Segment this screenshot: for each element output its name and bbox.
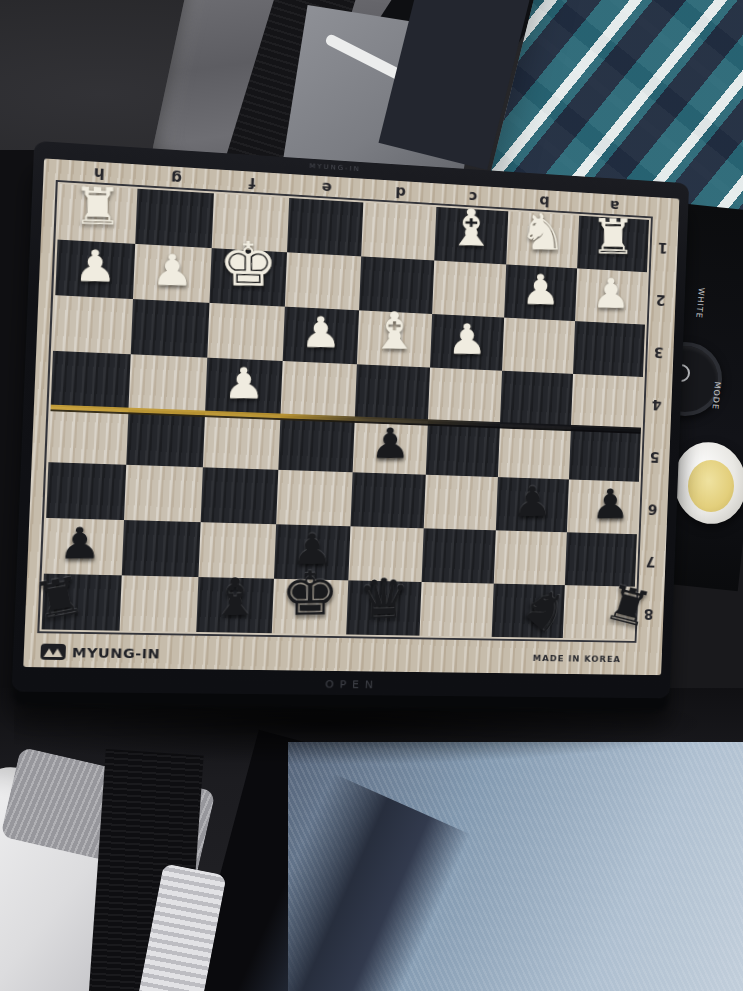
piece-white-bishop-c1[interactable]: ♝ bbox=[447, 202, 495, 254]
square-e5[interactable] bbox=[278, 415, 354, 472]
square-g8[interactable] bbox=[120, 575, 199, 632]
square-b7[interactable] bbox=[494, 530, 567, 585]
piece-white-pawn-e3[interactable]: ♟ bbox=[300, 311, 341, 354]
square-d1[interactable] bbox=[361, 202, 436, 260]
board-cast-shadow bbox=[14, 695, 714, 765]
piece-white-pawn-a2[interactable]: ♟ bbox=[591, 273, 630, 315]
square-g1[interactable] bbox=[135, 189, 214, 248]
square-g6[interactable] bbox=[124, 465, 203, 522]
made-in-label: MADE IN KOREA bbox=[533, 654, 622, 664]
rank-label-2: 2 bbox=[652, 291, 669, 308]
piece-white-pawn-f4[interactable]: ♟ bbox=[223, 362, 265, 405]
piece-black-pawn-h7[interactable]: ♟ bbox=[58, 521, 101, 565]
rank-label-5: 5 bbox=[646, 448, 663, 465]
square-b5[interactable] bbox=[498, 424, 571, 480]
square-b3[interactable] bbox=[502, 318, 575, 374]
brand-name: MYUNG-IN bbox=[72, 645, 161, 661]
piece-white-pawn-g2[interactable]: ♟ bbox=[151, 248, 193, 292]
file-label-d: d bbox=[364, 181, 438, 202]
piece-white-bishop-d3[interactable]: ♝ bbox=[370, 305, 419, 357]
square-c4[interactable] bbox=[428, 368, 502, 424]
file-label-f: f bbox=[214, 172, 290, 193]
file-label-e: e bbox=[289, 177, 364, 198]
piece-black-pawn-b6[interactable]: ♟ bbox=[512, 481, 551, 523]
square-c6[interactable] bbox=[424, 475, 498, 531]
square-g5[interactable] bbox=[126, 410, 205, 468]
square-g7[interactable] bbox=[122, 520, 201, 577]
square-e6[interactable] bbox=[276, 470, 352, 526]
rank-label-6: 6 bbox=[644, 500, 661, 516]
square-h3[interactable] bbox=[53, 295, 133, 354]
square-e4[interactable] bbox=[280, 361, 356, 418]
piece-black-queen-d8[interactable]: ♛ bbox=[357, 571, 410, 627]
square-a3[interactable] bbox=[573, 321, 645, 377]
square-c2[interactable] bbox=[432, 260, 506, 317]
piece-white-knight-b1[interactable]: ♞ bbox=[518, 207, 566, 258]
square-g3[interactable] bbox=[131, 299, 210, 358]
piece-black-king-e8[interactable]: ♚ bbox=[280, 564, 339, 626]
rank-label-3: 3 bbox=[650, 343, 667, 360]
piece-white-king-f2[interactable]: ♚ bbox=[218, 234, 278, 296]
square-c5[interactable] bbox=[426, 421, 500, 477]
square-d6[interactable] bbox=[350, 472, 425, 528]
brand-logo-icon bbox=[40, 644, 66, 660]
piece-white-pawn-b2[interactable]: ♟ bbox=[521, 269, 560, 311]
rim-embossed-brand: MYUNG-IN bbox=[309, 162, 361, 173]
square-c7[interactable] bbox=[422, 528, 496, 583]
brand-mark: MYUNG-IN bbox=[40, 644, 160, 662]
square-a4[interactable] bbox=[571, 374, 643, 429]
piece-black-pawn-a6[interactable]: ♟ bbox=[591, 483, 630, 524]
piece-black-bishop-f8[interactable]: ♝ bbox=[209, 571, 260, 624]
square-h5[interactable] bbox=[48, 406, 128, 464]
square-d4[interactable] bbox=[355, 364, 430, 421]
rank-label-1: 1 bbox=[654, 238, 671, 255]
square-e1[interactable] bbox=[287, 198, 363, 256]
file-label-g: g bbox=[138, 167, 215, 189]
square-f3[interactable] bbox=[207, 303, 285, 361]
square-f5[interactable] bbox=[203, 412, 281, 469]
chess-board: MYUNG-IN hgfedcba 12345678 ♜♟♟♚♟♝♟♟♝♞♜♟♟… bbox=[12, 141, 689, 699]
square-e2[interactable] bbox=[285, 252, 361, 310]
piece-white-rook-h1[interactable]: ♜ bbox=[72, 181, 122, 233]
rim-embossed-open: OPEN bbox=[12, 674, 670, 693]
piece-white-pawn-h2[interactable]: ♟ bbox=[73, 244, 116, 288]
rank-label-4: 4 bbox=[648, 395, 665, 412]
square-c8[interactable] bbox=[419, 582, 493, 637]
rank-label-7: 7 bbox=[642, 553, 659, 569]
piece-white-pawn-c3[interactable]: ♟ bbox=[447, 318, 487, 360]
piece-black-rook-h8[interactable]: ♜ bbox=[29, 570, 89, 629]
square-a5[interactable] bbox=[569, 427, 641, 482]
square-h6[interactable] bbox=[46, 462, 126, 520]
square-g4[interactable] bbox=[128, 354, 207, 412]
drink-liquid bbox=[688, 460, 734, 512]
piece-white-rook-a1[interactable]: ♜ bbox=[590, 213, 635, 262]
square-f6[interactable] bbox=[201, 467, 279, 524]
square-b4[interactable] bbox=[500, 371, 573, 427]
board-wood-frame: hgfedcba 12345678 ♜♟♟♚♟♝♟♟♝♞♜♟♟♟♟♟♟♟♜♞♜♛… bbox=[23, 158, 679, 675]
piece-black-pawn-d5[interactable]: ♟ bbox=[370, 422, 410, 464]
square-h4[interactable] bbox=[51, 351, 131, 410]
